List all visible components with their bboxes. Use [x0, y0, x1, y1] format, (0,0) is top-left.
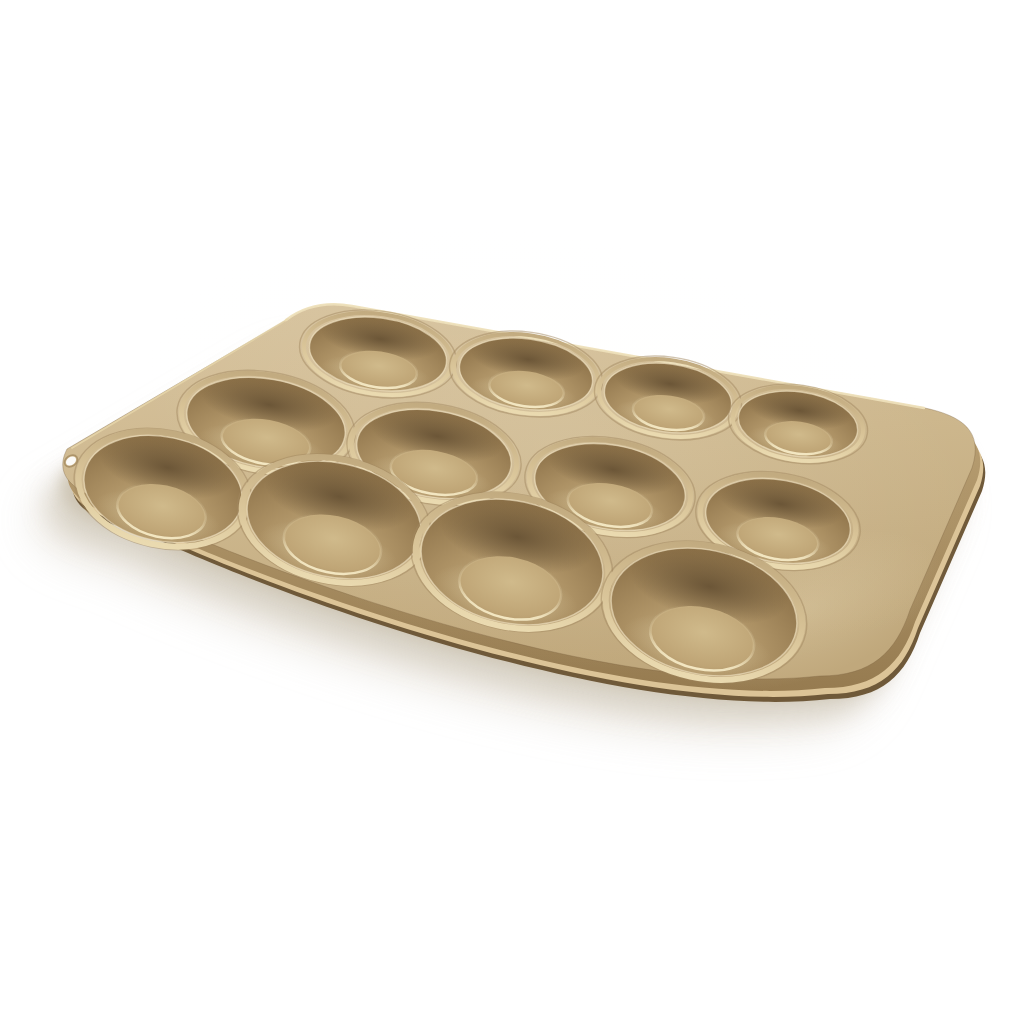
muffin-pan-illustration — [0, 0, 1010, 1010]
product-photo — [0, 0, 1010, 1010]
photo-canvas — [0, 0, 1010, 1010]
